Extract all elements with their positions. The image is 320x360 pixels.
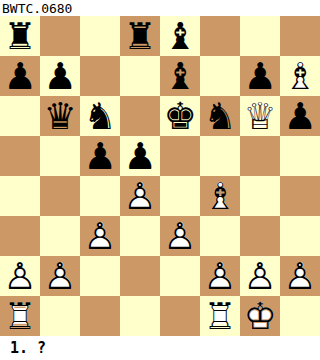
- white-bishop[interactable]: ♝♗: [280, 56, 320, 96]
- white-pawn-outline: ♙: [160, 216, 200, 256]
- square-b8[interactable]: [40, 16, 80, 56]
- square-d4[interactable]: ♟♙: [120, 176, 160, 216]
- black-rook[interactable]: ♜: [120, 16, 160, 56]
- square-g2[interactable]: ♟♙: [240, 256, 280, 296]
- white-pawn[interactable]: ♟♙: [280, 256, 320, 296]
- footer-bar: 1. ?: [0, 336, 320, 360]
- black-rook-glyph: ♜: [120, 16, 160, 56]
- square-b6[interactable]: ♛: [40, 96, 80, 136]
- black-queen-glyph: ♛: [40, 96, 80, 136]
- square-e5[interactable]: [160, 136, 200, 176]
- black-knight[interactable]: ♞: [80, 96, 120, 136]
- black-pawn-glyph: ♟: [240, 56, 280, 96]
- square-c6[interactable]: ♞: [80, 96, 120, 136]
- square-h8[interactable]: [280, 16, 320, 56]
- square-d6[interactable]: [120, 96, 160, 136]
- square-c5[interactable]: ♟: [80, 136, 120, 176]
- black-pawn[interactable]: ♟: [280, 96, 320, 136]
- white-pawn[interactable]: ♟♙: [80, 216, 120, 256]
- black-knight-glyph: ♞: [80, 96, 120, 136]
- square-h7[interactable]: ♝♗: [280, 56, 320, 96]
- square-f2[interactable]: ♟♙: [200, 256, 240, 296]
- black-pawn-glyph: ♟: [120, 136, 160, 176]
- square-g8[interactable]: [240, 16, 280, 56]
- white-pawn-outline: ♙: [200, 256, 240, 296]
- square-d5[interactable]: ♟: [120, 136, 160, 176]
- square-f6[interactable]: ♞: [200, 96, 240, 136]
- black-bishop-glyph: ♝: [160, 56, 200, 96]
- square-b7[interactable]: ♟: [40, 56, 80, 96]
- black-rook-glyph: ♜: [0, 16, 40, 56]
- white-pawn[interactable]: ♟♙: [160, 216, 200, 256]
- square-e1[interactable]: [160, 296, 200, 336]
- square-b4[interactable]: [40, 176, 80, 216]
- square-a5[interactable]: [0, 136, 40, 176]
- black-knight[interactable]: ♞: [200, 96, 240, 136]
- black-pawn[interactable]: ♟: [120, 136, 160, 176]
- chess-board: ♜♜♝♟♟♝♟♝♗♛♞♚♞♛♕♟♟♟♟♙♝♗♟♙♟♙♟♙♟♙♟♙♟♙♟♙♜♖♜♖…: [0, 16, 320, 336]
- square-g4[interactable]: [240, 176, 280, 216]
- black-pawn-glyph: ♟: [40, 56, 80, 96]
- white-bishop-outline: ♗: [200, 176, 240, 216]
- square-a4[interactable]: [0, 176, 40, 216]
- white-rook[interactable]: ♜♖: [0, 296, 40, 336]
- black-pawn[interactable]: ♟: [80, 136, 120, 176]
- puzzle-id: BWTC.0680: [2, 1, 72, 16]
- square-e3[interactable]: ♟♙: [160, 216, 200, 256]
- square-f4[interactable]: ♝♗: [200, 176, 240, 216]
- square-b5[interactable]: [40, 136, 80, 176]
- white-pawn[interactable]: ♟♙: [0, 256, 40, 296]
- square-f1[interactable]: ♜♖: [200, 296, 240, 336]
- square-c8[interactable]: [80, 16, 120, 56]
- square-a2[interactable]: ♟♙: [0, 256, 40, 296]
- white-pawn-outline: ♙: [240, 256, 280, 296]
- move-prompt: 1. ?: [10, 339, 46, 357]
- black-bishop-glyph: ♝: [160, 16, 200, 56]
- white-pawn-outline: ♙: [40, 256, 80, 296]
- white-pawn-outline: ♙: [0, 256, 40, 296]
- square-c4[interactable]: [80, 176, 120, 216]
- square-h2[interactable]: ♟♙: [280, 256, 320, 296]
- white-rook-outline: ♖: [0, 296, 40, 336]
- square-h6[interactable]: ♟: [280, 96, 320, 136]
- square-f7[interactable]: [200, 56, 240, 96]
- square-d8[interactable]: ♜: [120, 16, 160, 56]
- black-pawn[interactable]: ♟: [0, 56, 40, 96]
- square-b1[interactable]: [40, 296, 80, 336]
- black-bishop[interactable]: ♝: [160, 56, 200, 96]
- black-knight-glyph: ♞: [200, 96, 240, 136]
- white-bishop-outline: ♗: [280, 56, 320, 96]
- square-d7[interactable]: [120, 56, 160, 96]
- square-e8[interactable]: ♝: [160, 16, 200, 56]
- square-h3[interactable]: [280, 216, 320, 256]
- square-h1[interactable]: [280, 296, 320, 336]
- square-a8[interactable]: ♜: [0, 16, 40, 56]
- white-king-outline: ♔: [240, 296, 280, 336]
- square-c3[interactable]: ♟♙: [80, 216, 120, 256]
- black-king[interactable]: ♚: [160, 96, 200, 136]
- square-b2[interactable]: ♟♙: [40, 256, 80, 296]
- black-rook[interactable]: ♜: [0, 16, 40, 56]
- white-pawn[interactable]: ♟♙: [120, 176, 160, 216]
- white-pawn-outline: ♙: [80, 216, 120, 256]
- square-e6[interactable]: ♚: [160, 96, 200, 136]
- header-bar: BWTC.0680: [0, 0, 320, 16]
- square-d1[interactable]: [120, 296, 160, 336]
- white-king[interactable]: ♚♔: [240, 296, 280, 336]
- square-a6[interactable]: [0, 96, 40, 136]
- square-e7[interactable]: ♝: [160, 56, 200, 96]
- square-h5[interactable]: [280, 136, 320, 176]
- black-pawn[interactable]: ♟: [40, 56, 80, 96]
- black-king-glyph: ♚: [160, 96, 200, 136]
- white-pawn[interactable]: ♟♙: [200, 256, 240, 296]
- square-c2[interactable]: [80, 256, 120, 296]
- square-f5[interactable]: [200, 136, 240, 176]
- square-d3[interactable]: [120, 216, 160, 256]
- square-d2[interactable]: [120, 256, 160, 296]
- white-pawn[interactable]: ♟♙: [40, 256, 80, 296]
- white-queen[interactable]: ♛♕: [240, 96, 280, 136]
- square-e2[interactable]: [160, 256, 200, 296]
- black-pawn-glyph: ♟: [0, 56, 40, 96]
- white-rook[interactable]: ♜♖: [200, 296, 240, 336]
- square-f8[interactable]: [200, 16, 240, 56]
- square-g6[interactable]: ♛♕: [240, 96, 280, 136]
- square-b3[interactable]: [40, 216, 80, 256]
- white-pawn-outline: ♙: [280, 256, 320, 296]
- square-g1[interactable]: ♚♔: [240, 296, 280, 336]
- black-pawn-glyph: ♟: [280, 96, 320, 136]
- square-f3[interactable]: [200, 216, 240, 256]
- square-e4[interactable]: [160, 176, 200, 216]
- black-pawn-glyph: ♟: [80, 136, 120, 176]
- square-a1[interactable]: ♜♖: [0, 296, 40, 336]
- square-g7[interactable]: ♟: [240, 56, 280, 96]
- square-c1[interactable]: [80, 296, 120, 336]
- square-g3[interactable]: [240, 216, 280, 256]
- black-queen[interactable]: ♛: [40, 96, 80, 136]
- black-pawn[interactable]: ♟: [240, 56, 280, 96]
- square-h4[interactable]: [280, 176, 320, 216]
- white-bishop[interactable]: ♝♗: [200, 176, 240, 216]
- square-c7[interactable]: [80, 56, 120, 96]
- square-a7[interactable]: ♟: [0, 56, 40, 96]
- white-pawn[interactable]: ♟♙: [240, 256, 280, 296]
- square-g5[interactable]: [240, 136, 280, 176]
- white-rook-outline: ♖: [200, 296, 240, 336]
- black-bishop[interactable]: ♝: [160, 16, 200, 56]
- white-pawn-outline: ♙: [120, 176, 160, 216]
- puzzle-window: BWTC.0680 ♜♜♝♟♟♝♟♝♗♛♞♚♞♛♕♟♟♟♟♙♝♗♟♙♟♙♟♙♟♙…: [0, 0, 320, 360]
- white-queen-outline: ♕: [240, 96, 280, 136]
- square-a3[interactable]: [0, 216, 40, 256]
